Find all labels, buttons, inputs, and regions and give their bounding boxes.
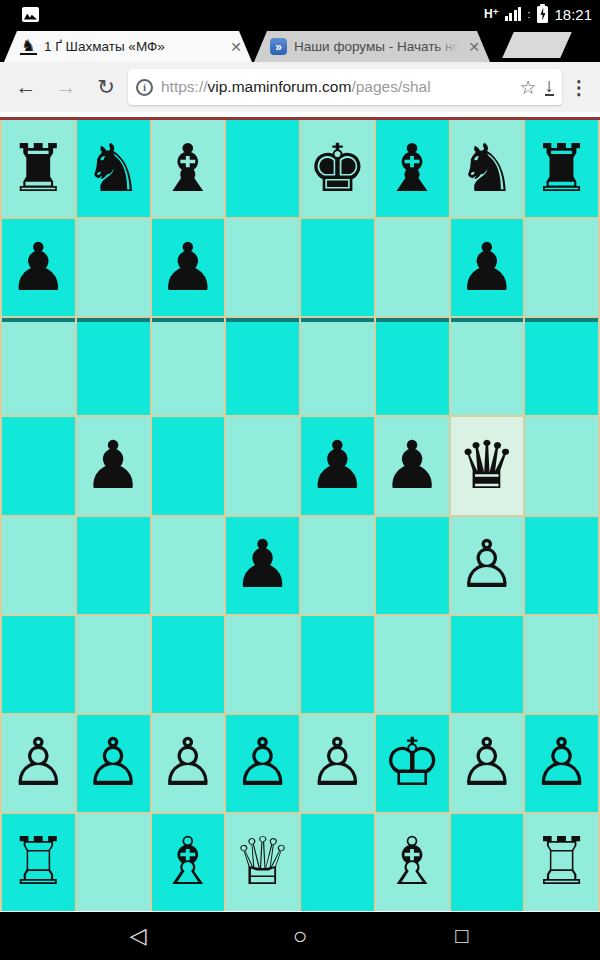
square-e5[interactable]: ♟ — [301, 417, 374, 514]
square-c5[interactable] — [152, 417, 225, 514]
piece-white-pawn[interactable]: ♙ — [233, 730, 292, 796]
network-type-label: H⁺ — [484, 7, 499, 21]
square-c6[interactable] — [152, 318, 225, 415]
url-scheme: https:// — [161, 78, 208, 95]
piece-black-knight[interactable]: ♞ — [457, 136, 516, 202]
square-g8[interactable]: ♞ — [451, 120, 524, 217]
square-f4[interactable] — [376, 517, 449, 614]
square-g6[interactable] — [451, 318, 524, 415]
board-frame: ♜♞♝♚♝♞♜♟♟♟♟♟♟♛♟♙♙♙♙♙♙♔♙♙♖♗♕♗♖ — [0, 117, 600, 911]
url-host: vip.maminforum.com — [208, 78, 352, 95]
piece-black-pawn[interactable]: ♟ — [383, 433, 442, 499]
square-e1[interactable] — [301, 814, 374, 911]
square-f6[interactable] — [376, 318, 449, 415]
signal-bars-icon — [505, 7, 522, 21]
forward-icon[interactable]: → — [48, 75, 84, 99]
battery-charging-icon — [537, 6, 548, 23]
square-b3[interactable] — [77, 616, 150, 713]
square-c2[interactable]: ♙ — [152, 715, 225, 812]
square-c7[interactable]: ♟ — [152, 219, 225, 316]
overflow-menu-icon[interactable]: ⋮ — [566, 76, 592, 99]
square-b5[interactable]: ♟ — [77, 417, 150, 514]
piece-black-pawn[interactable]: ♟ — [9, 235, 68, 301]
status-bar: H⁺ : 18:21 — [0, 0, 600, 28]
piece-black-bishop[interactable]: ♝ — [158, 136, 217, 202]
url-bar[interactable]: i https://vip.maminforum.com/pages/shal … — [128, 69, 562, 105]
piece-black-queen[interactable]: ♛ — [457, 433, 516, 499]
url-path: /pages/shal — [351, 78, 430, 95]
square-h4[interactable] — [525, 517, 598, 614]
piece-white-rook[interactable]: ♖ — [9, 829, 68, 895]
square-c3[interactable] — [152, 616, 225, 713]
tab-title: Наши форумы - Начать нову — [294, 39, 460, 54]
square-g2[interactable]: ♙ — [451, 715, 524, 812]
tab-forum-page[interactable]: » Наши форумы - Начать нову ✕ — [254, 31, 490, 62]
square-d8[interactable] — [226, 120, 299, 217]
piece-black-pawn[interactable]: ♟ — [308, 433, 367, 499]
square-f2[interactable]: ♔ — [376, 715, 449, 812]
photo-notification-icon — [22, 7, 39, 22]
square-d6[interactable] — [226, 318, 299, 415]
piece-white-rook[interactable]: ♖ — [532, 829, 591, 895]
android-home-icon[interactable]: ○ — [280, 922, 320, 950]
piece-black-pawn[interactable]: ♟ — [84, 433, 143, 499]
browser-toolbar: ← → ↻ i https://vip.maminforum.com/pages… — [0, 62, 600, 112]
chess-favicon: ♞ — [20, 38, 37, 55]
square-a2[interactable]: ♙ — [2, 715, 75, 812]
piece-black-knight[interactable]: ♞ — [84, 136, 143, 202]
piece-black-king[interactable]: ♚ — [308, 136, 367, 202]
square-b8[interactable]: ♞ — [77, 120, 150, 217]
square-e3[interactable] — [301, 616, 374, 713]
square-b2[interactable]: ♙ — [77, 715, 150, 812]
piece-black-bishop[interactable]: ♝ — [383, 136, 442, 202]
square-d5[interactable] — [226, 417, 299, 514]
square-h8[interactable]: ♜ — [525, 120, 598, 217]
piece-white-pawn[interactable]: ♙ — [158, 730, 217, 796]
android-nav-bar: ◁ ○ □ — [0, 912, 600, 960]
square-h6[interactable] — [525, 318, 598, 415]
square-d7[interactable] — [226, 219, 299, 316]
piece-white-queen[interactable]: ♕ — [233, 829, 292, 895]
back-icon[interactable]: ← — [8, 75, 44, 99]
square-c8[interactable]: ♝ — [152, 120, 225, 217]
piece-white-pawn[interactable]: ♙ — [9, 730, 68, 796]
square-h3[interactable] — [525, 616, 598, 713]
android-back-icon[interactable]: ◁ — [118, 923, 158, 949]
piece-black-pawn[interactable]: ♟ — [233, 532, 292, 598]
square-a5[interactable] — [2, 417, 75, 514]
square-b7[interactable] — [77, 219, 150, 316]
bookmark-star-icon[interactable]: ☆ — [519, 76, 536, 99]
square-a6[interactable] — [2, 318, 75, 415]
square-a7[interactable]: ♟ — [2, 219, 75, 316]
square-g1[interactable] — [451, 814, 524, 911]
piece-white-bishop[interactable]: ♗ — [158, 829, 217, 895]
square-b6[interactable] — [77, 318, 150, 415]
tab-chess-page[interactable]: ♞ 1 Ґ Шахматы «МФ» ✕ — [4, 31, 252, 62]
piece-white-king[interactable]: ♔ — [383, 730, 442, 796]
square-b4[interactable] — [77, 517, 150, 614]
signal-secondary-icon: : — [527, 8, 529, 20]
square-h5[interactable] — [525, 417, 598, 514]
square-d1[interactable]: ♕ — [226, 814, 299, 911]
piece-black-rook[interactable]: ♜ — [532, 136, 591, 202]
square-f7[interactable] — [376, 219, 449, 316]
tab-strip: ♞ 1 Ґ Шахматы «МФ» ✕ » Наши форумы - Нач… — [0, 28, 600, 62]
download-icon[interactable]: ↓ — [545, 78, 555, 96]
new-tab-stub[interactable] — [502, 32, 572, 58]
square-a1[interactable]: ♖ — [2, 814, 75, 911]
square-a3[interactable] — [2, 616, 75, 713]
chess-board[interactable]: ♜♞♝♚♝♞♜♟♟♟♟♟♟♛♟♙♙♙♙♙♙♔♙♙♖♗♕♗♖ — [0, 120, 600, 911]
reload-icon[interactable]: ↻ — [88, 75, 124, 99]
piece-white-pawn[interactable]: ♙ — [457, 730, 516, 796]
piece-black-pawn[interactable]: ♟ — [457, 235, 516, 301]
piece-white-pawn[interactable]: ♙ — [457, 532, 516, 598]
tab-title: 1 Ґ Шахматы «МФ» — [44, 39, 222, 54]
square-e4[interactable] — [301, 517, 374, 614]
square-g7[interactable]: ♟ — [451, 219, 524, 316]
square-c4[interactable] — [152, 517, 225, 614]
square-d2[interactable]: ♙ — [226, 715, 299, 812]
square-h7[interactable] — [525, 219, 598, 316]
piece-white-pawn[interactable]: ♙ — [84, 730, 143, 796]
piece-white-pawn[interactable]: ♙ — [532, 730, 591, 796]
android-recents-icon[interactable]: □ — [442, 923, 482, 949]
square-e8[interactable]: ♚ — [301, 120, 374, 217]
square-f8[interactable]: ♝ — [376, 120, 449, 217]
piece-white-pawn[interactable]: ♙ — [308, 730, 367, 796]
square-e6[interactable] — [301, 318, 374, 415]
square-g5[interactable]: ♛ — [451, 417, 524, 514]
square-d3[interactable] — [226, 616, 299, 713]
square-f1[interactable]: ♗ — [376, 814, 449, 911]
piece-white-bishop[interactable]: ♗ — [383, 829, 442, 895]
square-f5[interactable]: ♟ — [376, 417, 449, 514]
square-c1[interactable]: ♗ — [152, 814, 225, 911]
close-tab-icon[interactable]: ✕ — [468, 39, 480, 55]
square-b1[interactable] — [77, 814, 150, 911]
square-h1[interactable]: ♖ — [525, 814, 598, 911]
piece-black-rook[interactable]: ♜ — [9, 136, 68, 202]
square-g4[interactable]: ♙ — [451, 517, 524, 614]
square-e2[interactable]: ♙ — [301, 715, 374, 812]
square-e7[interactable] — [301, 219, 374, 316]
square-a8[interactable]: ♜ — [2, 120, 75, 217]
square-f3[interactable] — [376, 616, 449, 713]
forum-favicon: » — [270, 38, 287, 55]
square-a4[interactable] — [2, 517, 75, 614]
clock: 18:21 — [554, 6, 592, 23]
piece-black-pawn[interactable]: ♟ — [158, 235, 217, 301]
close-tab-icon[interactable]: ✕ — [230, 39, 242, 55]
square-g3[interactable] — [451, 616, 524, 713]
square-d4[interactable]: ♟ — [226, 517, 299, 614]
page-info-icon[interactable]: i — [136, 79, 153, 96]
url-text[interactable]: https://vip.maminforum.com/pages/shal — [161, 78, 511, 96]
square-h2[interactable]: ♙ — [525, 715, 598, 812]
